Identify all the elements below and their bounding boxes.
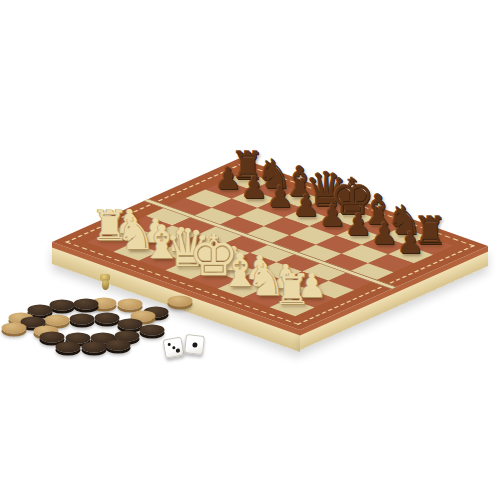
black-pawn-e7[interactable]: ♟	[319, 201, 346, 231]
light-checker-disc[interactable]	[168, 296, 193, 307]
dark-checker-disc[interactable]	[70, 314, 95, 325]
black-pawn-a7[interactable]: ♟	[215, 164, 242, 194]
dark-checker-disc[interactable]	[140, 325, 165, 336]
black-pawn-c7[interactable]: ♟	[267, 182, 294, 212]
black-pawn-b7[interactable]: ♟	[241, 173, 268, 203]
die-pip	[167, 342, 171, 346]
black-pawn-f7[interactable]: ♟	[345, 210, 372, 240]
dark-checker-disc[interactable]	[106, 340, 131, 351]
white-rook-h1[interactable]: ♜	[273, 269, 311, 311]
die-showing-3[interactable]	[162, 336, 184, 358]
die-pip	[172, 346, 176, 350]
dark-checker-disc[interactable]	[56, 342, 81, 353]
clasp-hook-icon	[102, 279, 109, 290]
dark-checker-disc[interactable]	[95, 313, 120, 324]
dark-checker-disc[interactable]	[82, 342, 107, 353]
die-showing-1[interactable]	[184, 334, 205, 355]
light-checker-disc[interactable]	[118, 299, 143, 310]
dark-checker-disc[interactable]	[118, 319, 143, 330]
black-pawn-g7[interactable]: ♟	[371, 219, 398, 249]
dark-checker-disc[interactable]	[28, 305, 53, 316]
light-checker-disc[interactable]	[2, 323, 27, 334]
die-pip	[192, 342, 197, 347]
brass-clasp	[98, 274, 113, 291]
light-checker-disc[interactable]	[45, 315, 70, 326]
dark-checker-disc[interactable]	[40, 332, 65, 343]
dark-checker-disc[interactable]	[50, 300, 75, 311]
die-pip	[176, 349, 180, 353]
dark-checker-disc[interactable]	[74, 299, 99, 310]
product-photo-chess-set: ♜♞♝♛♚♝♞♜♟♟♟♟♟♟♟♟♟♟♟♟♟♟♟♟♜♞♝♛♚♝♞♜	[0, 0, 500, 500]
black-pawn-d7[interactable]: ♟	[293, 191, 320, 221]
black-pawn-h7[interactable]: ♟	[397, 228, 424, 258]
